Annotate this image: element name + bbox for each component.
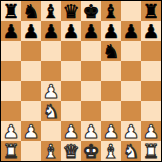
square-f6[interactable]: ♞ [101, 41, 121, 61]
square-c8[interactable]: ♝ [41, 1, 61, 21]
piece-white-pawn[interactable]: ♟ [142, 121, 159, 141]
square-b6[interactable] [21, 41, 41, 61]
square-e2[interactable]: ♟ [81, 121, 101, 141]
piece-white-pawn[interactable]: ♟ [82, 121, 99, 141]
square-f7[interactable]: ♟ [101, 21, 121, 41]
square-e8[interactable]: ♚ [81, 1, 101, 21]
square-h7[interactable]: ♟ [141, 21, 161, 41]
piece-white-bishop[interactable]: ♝ [102, 141, 119, 161]
piece-white-pawn[interactable]: ♟ [2, 121, 19, 141]
piece-white-knight[interactable]: ♞ [122, 141, 139, 161]
square-b2[interactable]: ♟ [21, 121, 41, 141]
square-b5[interactable] [21, 61, 41, 81]
square-d7[interactable]: ♟ [61, 21, 81, 41]
square-g4[interactable] [121, 81, 141, 101]
square-h5[interactable] [141, 61, 161, 81]
square-g5[interactable] [121, 61, 141, 81]
piece-black-pawn[interactable]: ♟ [22, 21, 39, 41]
square-f3[interactable] [101, 101, 121, 121]
square-a6[interactable] [1, 41, 21, 61]
square-d1[interactable]: ♛ [61, 141, 81, 161]
piece-white-bishop[interactable]: ♝ [42, 141, 59, 161]
piece-white-pawn[interactable]: ♟ [42, 81, 59, 101]
square-d5[interactable] [61, 61, 81, 81]
piece-white-pawn[interactable]: ♟ [22, 121, 39, 141]
square-e6[interactable] [81, 41, 101, 61]
square-g2[interactable]: ♟ [121, 121, 141, 141]
square-a1[interactable]: ♜ [1, 141, 21, 161]
square-c5[interactable] [41, 61, 61, 81]
square-g1[interactable]: ♞ [121, 141, 141, 161]
piece-white-rook[interactable]: ♜ [2, 141, 19, 161]
piece-white-pawn[interactable]: ♟ [102, 121, 119, 141]
piece-black-pawn[interactable]: ♟ [62, 21, 79, 41]
piece-black-rook[interactable]: ♜ [2, 1, 19, 21]
square-g7[interactable]: ♟ [121, 21, 141, 41]
square-h8[interactable]: ♜ [141, 1, 161, 21]
square-a4[interactable] [1, 81, 21, 101]
piece-black-pawn[interactable]: ♟ [102, 21, 119, 41]
square-c3[interactable]: ♞ [41, 101, 61, 121]
square-a5[interactable] [1, 61, 21, 81]
piece-black-knight[interactable]: ♞ [22, 1, 39, 21]
square-d3[interactable] [61, 101, 81, 121]
square-e5[interactable] [81, 61, 101, 81]
square-b4[interactable] [21, 81, 41, 101]
square-h3[interactable] [141, 101, 161, 121]
square-h6[interactable] [141, 41, 161, 61]
piece-black-pawn[interactable]: ♟ [82, 21, 99, 41]
piece-white-pawn[interactable]: ♟ [62, 121, 79, 141]
square-d8[interactable]: ♛ [61, 1, 81, 21]
piece-black-king[interactable]: ♚ [82, 1, 99, 21]
piece-white-knight[interactable]: ♞ [42, 101, 59, 121]
square-d2[interactable]: ♟ [61, 121, 81, 141]
piece-black-pawn[interactable]: ♟ [42, 21, 59, 41]
square-f8[interactable]: ♝ [101, 1, 121, 21]
square-h2[interactable]: ♟ [141, 121, 161, 141]
piece-black-pawn[interactable]: ♟ [2, 21, 19, 41]
square-e7[interactable]: ♟ [81, 21, 101, 41]
square-h4[interactable] [141, 81, 161, 101]
square-c2[interactable] [41, 121, 61, 141]
square-b3[interactable] [21, 101, 41, 121]
square-f2[interactable]: ♟ [101, 121, 121, 141]
square-c4[interactable]: ♟ [41, 81, 61, 101]
square-f1[interactable]: ♝ [101, 141, 121, 161]
piece-black-pawn[interactable]: ♟ [122, 21, 139, 41]
piece-white-rook[interactable]: ♜ [142, 141, 159, 161]
square-a3[interactable] [1, 101, 21, 121]
square-e1[interactable]: ♚ [81, 141, 101, 161]
chess-board: ♜♞♝♛♚♝♜♟♟♟♟♟♟♟♟♞♟♞♟♟♟♟♟♟♟♜♝♛♚♝♞♜ [1, 1, 161, 161]
square-e4[interactable] [81, 81, 101, 101]
square-b1[interactable] [21, 141, 41, 161]
square-g8[interactable] [121, 1, 141, 21]
piece-white-pawn[interactable]: ♟ [122, 121, 139, 141]
piece-black-queen[interactable]: ♛ [62, 1, 79, 21]
square-e3[interactable] [81, 101, 101, 121]
square-g6[interactable] [121, 41, 141, 61]
square-b7[interactable]: ♟ [21, 21, 41, 41]
piece-white-king[interactable]: ♚ [82, 141, 99, 161]
piece-black-pawn[interactable]: ♟ [142, 21, 159, 41]
square-d4[interactable] [61, 81, 81, 101]
square-a2[interactable]: ♟ [1, 121, 21, 141]
piece-black-bishop[interactable]: ♝ [42, 1, 59, 21]
square-a7[interactable]: ♟ [1, 21, 21, 41]
square-f5[interactable] [101, 61, 121, 81]
square-g3[interactable] [121, 101, 141, 121]
square-c6[interactable] [41, 41, 61, 61]
piece-black-rook[interactable]: ♜ [142, 1, 159, 21]
piece-white-queen[interactable]: ♛ [62, 141, 79, 161]
square-f4[interactable] [101, 81, 121, 101]
square-c7[interactable]: ♟ [41, 21, 61, 41]
square-d6[interactable] [61, 41, 81, 61]
square-h1[interactable]: ♜ [141, 141, 161, 161]
piece-black-knight[interactable]: ♞ [102, 41, 119, 61]
chess-board-frame: ♜♞♝♛♚♝♜♟♟♟♟♟♟♟♟♞♟♞♟♟♟♟♟♟♟♜♝♛♚♝♞♜ [0, 0, 162, 162]
square-a8[interactable]: ♜ [1, 1, 21, 21]
piece-black-bishop[interactable]: ♝ [102, 1, 119, 21]
square-b8[interactable]: ♞ [21, 1, 41, 21]
square-c1[interactable]: ♝ [41, 141, 61, 161]
